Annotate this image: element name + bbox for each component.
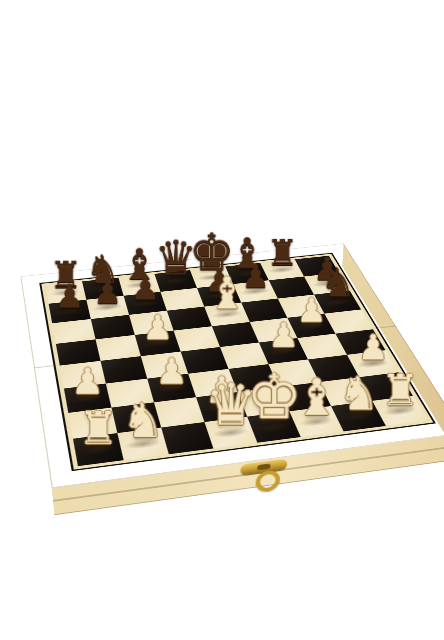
white-pawn-glyph: ♟ <box>118 310 198 344</box>
white-queen-glyph: ♛ <box>187 376 276 434</box>
product-photo-canvas: ♜♞♝♛♚♝♜♟♟♟♟♟♟♝♞♟♟♟♟♟♟♟♜♞♛♚♝♞♜ <box>0 0 444 640</box>
white-pawn-glyph: ♟ <box>332 330 414 365</box>
black-pawn-glyph: ♟ <box>31 280 107 312</box>
white-pawn-glyph: ♟ <box>45 363 130 399</box>
white-rook-glyph: ♜ <box>53 405 144 450</box>
white-pawn-glyph: ♟ <box>243 318 324 352</box>
white-bishop-glyph: ♝ <box>189 271 266 315</box>
chess-box: ♜♞♝♛♚♝♜♟♟♟♟♟♟♝♞♟♟♟♟♟♟♟♜♞♛♚♝♞♜ <box>20 243 444 488</box>
